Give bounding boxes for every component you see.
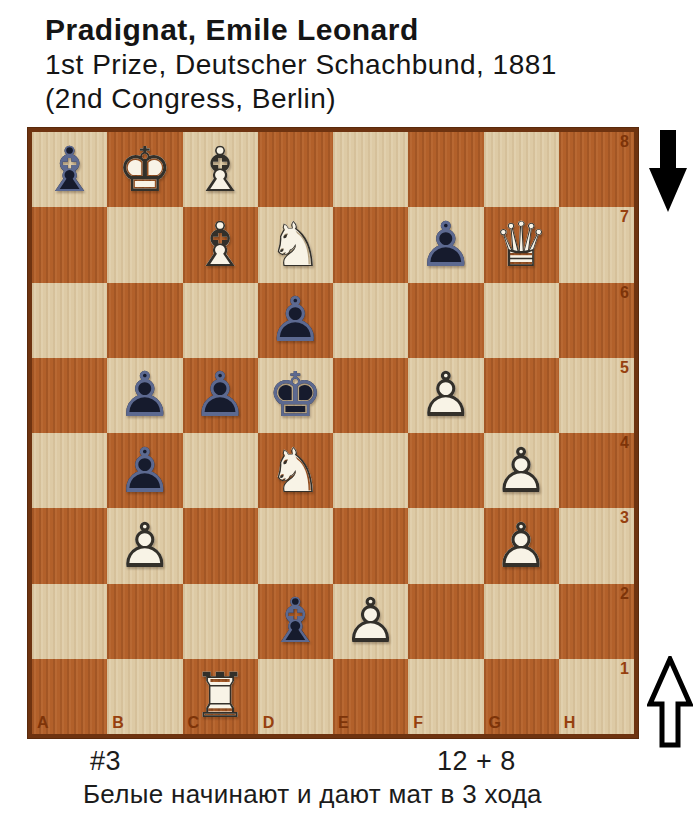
square-f4[interactable] bbox=[408, 433, 483, 508]
square-a2[interactable] bbox=[32, 584, 107, 659]
square-f6[interactable] bbox=[408, 283, 483, 358]
file-label-b: B bbox=[112, 714, 124, 732]
piece-black-pawn: ♟♙ bbox=[408, 207, 483, 282]
square-c6[interactable] bbox=[183, 283, 258, 358]
square-b2[interactable] bbox=[107, 584, 182, 659]
square-d6[interactable]: ♟♙ bbox=[258, 283, 333, 358]
page-title: Pradignat, Emile Leonard bbox=[45, 12, 557, 48]
rank-label-5: 5 bbox=[620, 359, 629, 377]
piece-black-pawn: ♟♙ bbox=[258, 283, 333, 358]
square-a5[interactable] bbox=[32, 358, 107, 433]
file-label-a: A bbox=[37, 714, 49, 732]
square-f2[interactable] bbox=[408, 584, 483, 659]
header: Pradignat, Emile Leonard 1st Prize, Deut… bbox=[45, 12, 557, 116]
square-h4[interactable]: 4 bbox=[559, 433, 634, 508]
congress-subtitle: (2nd Congress, Berlin) bbox=[45, 82, 557, 116]
square-g5[interactable] bbox=[484, 358, 559, 433]
file-label-d: D bbox=[263, 714, 275, 732]
square-e3[interactable] bbox=[333, 508, 408, 583]
square-g6[interactable] bbox=[484, 283, 559, 358]
square-h1[interactable]: H1 bbox=[559, 659, 634, 734]
rank-label-3: 3 bbox=[620, 509, 629, 527]
square-g4[interactable]: ♟♙ bbox=[484, 433, 559, 508]
square-b7[interactable] bbox=[107, 207, 182, 282]
square-h2[interactable]: 2 bbox=[559, 584, 634, 659]
file-label-f: F bbox=[413, 714, 423, 732]
square-e7[interactable] bbox=[333, 207, 408, 282]
rank-label-2: 2 bbox=[620, 585, 629, 603]
rank-label-1: 1 bbox=[620, 660, 629, 678]
square-d1[interactable]: D bbox=[258, 659, 333, 734]
square-c1[interactable]: C♜♖ bbox=[183, 659, 258, 734]
piece-black-bishop: ♝♗ bbox=[32, 132, 107, 207]
square-b8[interactable]: ♚♔ bbox=[107, 132, 182, 207]
square-a4[interactable] bbox=[32, 433, 107, 508]
piece-black-king: ♚♔ bbox=[258, 358, 333, 433]
piece-white-pawn: ♟♙ bbox=[484, 508, 559, 583]
piece-white-pawn: ♟♙ bbox=[484, 433, 559, 508]
square-f5[interactable]: ♟♙ bbox=[408, 358, 483, 433]
square-e8[interactable] bbox=[333, 132, 408, 207]
square-d2[interactable]: ♝♗ bbox=[258, 584, 333, 659]
piece-white-pawn: ♟♙ bbox=[408, 358, 483, 433]
square-b5[interactable]: ♟♙ bbox=[107, 358, 182, 433]
piece-white-rook: ♜♖ bbox=[183, 659, 258, 734]
square-g1[interactable]: G bbox=[484, 659, 559, 734]
stipulation-label: #3 bbox=[90, 746, 121, 777]
square-a1[interactable]: A bbox=[32, 659, 107, 734]
square-g8[interactable] bbox=[484, 132, 559, 207]
square-e6[interactable] bbox=[333, 283, 408, 358]
square-e5[interactable] bbox=[333, 358, 408, 433]
white-up-arrow-icon bbox=[647, 656, 693, 752]
square-d5[interactable]: ♚♔ bbox=[258, 358, 333, 433]
square-g3[interactable]: ♟♙ bbox=[484, 508, 559, 583]
piece-white-bishop: ♝♗ bbox=[183, 207, 258, 282]
square-g7[interactable]: ♛♕ bbox=[484, 207, 559, 282]
square-a8[interactable]: ♝♗ bbox=[32, 132, 107, 207]
square-h6[interactable]: 6 bbox=[559, 283, 634, 358]
square-h5[interactable]: 5 bbox=[559, 358, 634, 433]
square-c2[interactable] bbox=[183, 584, 258, 659]
piece-white-knight: ♞♘ bbox=[258, 433, 333, 508]
square-h7[interactable]: 7 bbox=[559, 207, 634, 282]
file-label-h: H bbox=[564, 714, 576, 732]
piece-white-queen: ♛♕ bbox=[484, 207, 559, 282]
piece-white-knight: ♞♘ bbox=[258, 207, 333, 282]
piece-black-pawn: ♟♙ bbox=[183, 358, 258, 433]
square-a7[interactable] bbox=[32, 207, 107, 282]
piece-white-king: ♚♔ bbox=[107, 132, 182, 207]
square-d3[interactable] bbox=[258, 508, 333, 583]
prize-subtitle: 1st Prize, Deutscher Schachbund, 1881 bbox=[45, 48, 557, 82]
rank-label-4: 4 bbox=[620, 434, 629, 452]
black-down-arrow-icon bbox=[649, 130, 687, 216]
file-label-g: G bbox=[489, 714, 501, 732]
square-c3[interactable] bbox=[183, 508, 258, 583]
square-g2[interactable] bbox=[484, 584, 559, 659]
piece-white-bishop: ♝♗ bbox=[183, 132, 258, 207]
square-a3[interactable] bbox=[32, 508, 107, 583]
square-c8[interactable]: ♝♗ bbox=[183, 132, 258, 207]
square-d4[interactable]: ♞♘ bbox=[258, 433, 333, 508]
file-label-e: E bbox=[338, 714, 349, 732]
material-count-label: 12 + 8 bbox=[437, 746, 516, 777]
rank-label-6: 6 bbox=[620, 284, 629, 302]
square-e2[interactable]: ♟♙ bbox=[333, 584, 408, 659]
square-b3[interactable]: ♟♙ bbox=[107, 508, 182, 583]
piece-black-pawn: ♟♙ bbox=[107, 358, 182, 433]
rank-label-7: 7 bbox=[620, 208, 629, 226]
square-e1[interactable]: E bbox=[333, 659, 408, 734]
square-a6[interactable] bbox=[32, 283, 107, 358]
square-b1[interactable]: B bbox=[107, 659, 182, 734]
square-f8[interactable] bbox=[408, 132, 483, 207]
piece-black-pawn: ♟♙ bbox=[107, 433, 182, 508]
square-h8[interactable]: 8 bbox=[559, 132, 634, 207]
rank-label-8: 8 bbox=[620, 133, 629, 151]
square-f3[interactable] bbox=[408, 508, 483, 583]
square-c7[interactable]: ♝♗ bbox=[183, 207, 258, 282]
square-h3[interactable]: 3 bbox=[559, 508, 634, 583]
caption-text: Белые начинают и дают мат в 3 хода bbox=[83, 779, 542, 810]
square-e4[interactable] bbox=[333, 433, 408, 508]
square-f1[interactable]: F bbox=[408, 659, 483, 734]
square-c5[interactable]: ♟♙ bbox=[183, 358, 258, 433]
piece-white-pawn: ♟♙ bbox=[333, 584, 408, 659]
chess-board: ♝♗♚♔♝♗8♝♗♞♘♟♙♛♕7♟♙6♟♙♟♙♚♔♟♙5♟♙♞♘♟♙4♟♙♟♙3… bbox=[28, 128, 638, 738]
square-d8[interactable] bbox=[258, 132, 333, 207]
square-b4[interactable]: ♟♙ bbox=[107, 433, 182, 508]
square-c4[interactable] bbox=[183, 433, 258, 508]
piece-white-pawn: ♟♙ bbox=[107, 508, 182, 583]
square-d7[interactable]: ♞♘ bbox=[258, 207, 333, 282]
piece-black-bishop: ♝♗ bbox=[258, 584, 333, 659]
square-f7[interactable]: ♟♙ bbox=[408, 207, 483, 282]
square-b6[interactable] bbox=[107, 283, 182, 358]
